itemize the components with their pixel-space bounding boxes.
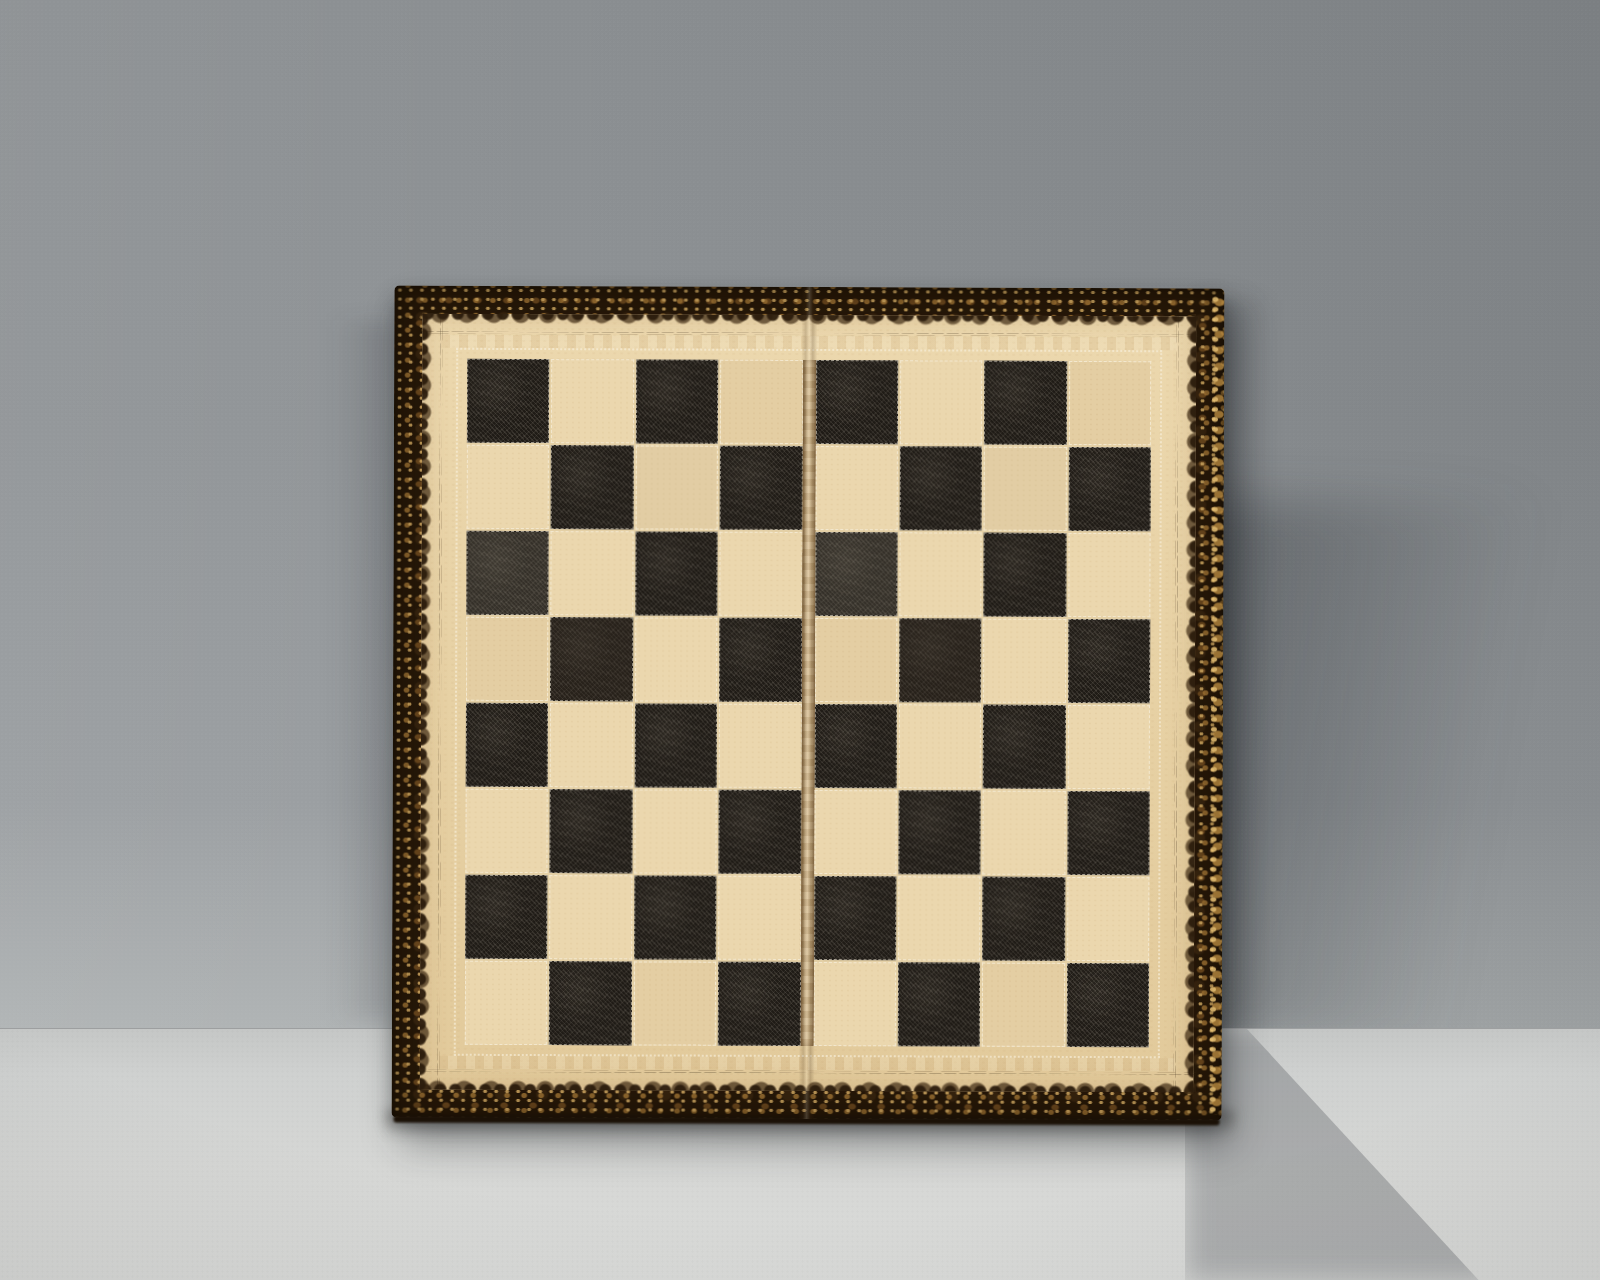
square-b8[interactable]	[551, 359, 634, 443]
square-g6[interactable]	[984, 533, 1067, 617]
square-c7[interactable]	[635, 445, 718, 529]
square-d1[interactable]	[718, 962, 801, 1046]
square-d5[interactable]	[719, 618, 802, 702]
square-a1[interactable]	[465, 961, 548, 1045]
square-c2[interactable]	[634, 875, 717, 959]
square-d2[interactable]	[718, 876, 801, 960]
chessboard	[392, 286, 1225, 1121]
square-f4[interactable]	[899, 704, 982, 788]
square-a3[interactable]	[465, 789, 548, 873]
wall-contact-shadow-left	[330, 320, 390, 1020]
square-h4[interactable]	[1067, 705, 1150, 789]
square-e5[interactable]	[815, 618, 898, 702]
square-d6[interactable]	[719, 532, 802, 616]
square-f3[interactable]	[898, 790, 981, 874]
square-h3[interactable]	[1067, 791, 1150, 875]
square-b1[interactable]	[549, 961, 632, 1045]
board-cast-shadow-on-floor	[1185, 1029, 1495, 1280]
square-b5[interactable]	[550, 617, 633, 701]
square-f8[interactable]	[900, 360, 983, 444]
playing-area	[465, 359, 1151, 1047]
square-g5[interactable]	[983, 619, 1066, 703]
square-h8[interactable]	[1069, 361, 1152, 445]
square-e4[interactable]	[814, 704, 897, 788]
square-f2[interactable]	[898, 876, 981, 960]
square-a6[interactable]	[466, 531, 549, 615]
square-g4[interactable]	[983, 705, 1066, 789]
embossed-stripe-bottom	[439, 1056, 1175, 1072]
square-c6[interactable]	[635, 531, 718, 615]
square-c5[interactable]	[635, 617, 718, 701]
square-d4[interactable]	[719, 704, 802, 788]
square-g1[interactable]	[982, 963, 1065, 1047]
square-c3[interactable]	[634, 789, 717, 873]
square-b4[interactable]	[550, 703, 633, 787]
square-h5[interactable]	[1068, 619, 1151, 703]
square-b2[interactable]	[549, 875, 632, 959]
square-b7[interactable]	[551, 445, 634, 529]
square-g7[interactable]	[984, 447, 1067, 531]
square-d3[interactable]	[719, 790, 802, 874]
square-e3[interactable]	[814, 790, 897, 874]
square-d8[interactable]	[720, 360, 803, 444]
square-f1[interactable]	[898, 962, 981, 1046]
square-b6[interactable]	[551, 531, 634, 615]
square-e8[interactable]	[815, 360, 898, 444]
square-c8[interactable]	[636, 359, 719, 443]
square-f5[interactable]	[899, 618, 982, 702]
square-d7[interactable]	[720, 446, 803, 530]
square-c4[interactable]	[634, 703, 717, 787]
board-right-half	[813, 360, 1151, 1047]
embossed-stripe-top	[441, 335, 1177, 351]
square-a4[interactable]	[466, 703, 549, 787]
square-g8[interactable]	[984, 361, 1067, 445]
board-left-half	[465, 359, 803, 1046]
square-c1[interactable]	[634, 961, 717, 1045]
square-g2[interactable]	[982, 877, 1065, 961]
square-f7[interactable]	[899, 446, 982, 530]
square-h2[interactable]	[1067, 877, 1150, 961]
square-e7[interactable]	[815, 446, 898, 530]
square-a2[interactable]	[465, 875, 548, 959]
square-e1[interactable]	[813, 962, 896, 1046]
square-f6[interactable]	[899, 532, 982, 616]
square-e2[interactable]	[814, 876, 897, 960]
square-a8[interactable]	[467, 359, 550, 443]
square-h6[interactable]	[1068, 533, 1151, 617]
square-e6[interactable]	[815, 532, 898, 616]
gilt-board-side-edge	[1207, 294, 1225, 1114]
square-a7[interactable]	[467, 445, 550, 529]
square-h7[interactable]	[1068, 447, 1151, 531]
square-g3[interactable]	[983, 791, 1066, 875]
square-b3[interactable]	[550, 789, 633, 873]
square-h1[interactable]	[1066, 963, 1149, 1047]
square-a5[interactable]	[466, 617, 549, 701]
photo-scene	[0, 0, 1600, 1280]
